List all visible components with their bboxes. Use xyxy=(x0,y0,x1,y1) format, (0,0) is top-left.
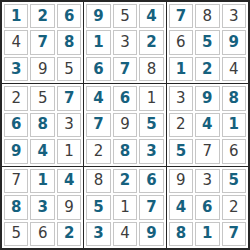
cell-r2c1[interactable]: 4 xyxy=(4,30,28,54)
cell-r6c2[interactable]: 4 xyxy=(30,139,54,163)
cell-r7c8[interactable]: 3 xyxy=(195,169,219,193)
cell-r7c3[interactable]: 4 xyxy=(57,169,81,193)
cell-r4c4[interactable]: 4 xyxy=(86,86,110,110)
cell-r9c2[interactable]: 6 xyxy=(30,222,54,246)
cell-r1c2[interactable]: 2 xyxy=(30,4,54,28)
cell-r2c7[interactable]: 6 xyxy=(169,30,193,54)
cell-r1c1[interactable]: 1 xyxy=(4,4,28,28)
cell-r5c8[interactable]: 4 xyxy=(195,113,219,137)
cell-r2c8[interactable]: 5 xyxy=(195,30,219,54)
cell-r5c5[interactable]: 9 xyxy=(113,113,137,137)
cell-r5c2[interactable]: 8 xyxy=(30,113,54,137)
cell-r9c4[interactable]: 3 xyxy=(86,222,110,246)
cell-r6c5[interactable]: 8 xyxy=(113,139,137,163)
cell-r9c6[interactable]: 9 xyxy=(139,222,163,246)
cell-r6c8[interactable]: 7 xyxy=(195,139,219,163)
cell-r2c2[interactable]: 7 xyxy=(30,30,54,54)
cell-r3c3[interactable]: 5 xyxy=(57,57,81,81)
cell-r3c6[interactable]: 8 xyxy=(139,57,163,81)
cell-r5c3[interactable]: 3 xyxy=(57,113,81,137)
sudoku-box-7: 714839562 xyxy=(2,167,83,248)
cell-r9c5[interactable]: 4 xyxy=(113,222,137,246)
cell-r9c1[interactable]: 5 xyxy=(4,222,28,246)
cell-r1c5[interactable]: 5 xyxy=(113,4,137,28)
cell-r7c4[interactable]: 8 xyxy=(86,169,110,193)
cell-r4c8[interactable]: 9 xyxy=(195,86,219,110)
cell-r3c5[interactable]: 7 xyxy=(113,57,137,81)
cell-r5c6[interactable]: 5 xyxy=(139,113,163,137)
cell-r4c1[interactable]: 2 xyxy=(4,86,28,110)
cell-r1c8[interactable]: 8 xyxy=(195,4,219,28)
cell-r4c3[interactable]: 7 xyxy=(57,86,81,110)
cell-r6c1[interactable]: 9 xyxy=(4,139,28,163)
cell-r9c9[interactable]: 7 xyxy=(222,222,246,246)
cell-r2c3[interactable]: 8 xyxy=(57,30,81,54)
cell-r2c6[interactable]: 2 xyxy=(139,30,163,54)
cell-r5c9[interactable]: 1 xyxy=(222,113,246,137)
cell-r6c6[interactable]: 3 xyxy=(139,139,163,163)
cell-r9c7[interactable]: 8 xyxy=(169,222,193,246)
cell-r2c4[interactable]: 1 xyxy=(86,30,110,54)
cell-r1c4[interactable]: 9 xyxy=(86,4,110,28)
cell-r8c7[interactable]: 4 xyxy=(169,195,193,219)
cell-r1c7[interactable]: 7 xyxy=(169,4,193,28)
cell-r4c9[interactable]: 8 xyxy=(222,86,246,110)
sudoku-board: 1264783959541326787836591242576839414617… xyxy=(0,0,250,250)
cell-r4c5[interactable]: 6 xyxy=(113,86,137,110)
cell-r7c5[interactable]: 2 xyxy=(113,169,137,193)
cell-r3c9[interactable]: 4 xyxy=(222,57,246,81)
cell-r7c6[interactable]: 6 xyxy=(139,169,163,193)
cell-r2c5[interactable]: 3 xyxy=(113,30,137,54)
sudoku-box-4: 257683941 xyxy=(2,84,83,165)
cell-r3c4[interactable]: 6 xyxy=(86,57,110,81)
cell-r8c5[interactable]: 1 xyxy=(113,195,137,219)
cell-r8c2[interactable]: 3 xyxy=(30,195,54,219)
cell-r3c8[interactable]: 2 xyxy=(195,57,219,81)
sudoku-box-9: 935462817 xyxy=(167,167,248,248)
cell-r4c2[interactable]: 5 xyxy=(30,86,54,110)
sudoku-box-2: 954132678 xyxy=(84,2,165,83)
cell-r6c4[interactable]: 2 xyxy=(86,139,110,163)
cell-r9c8[interactable]: 1 xyxy=(195,222,219,246)
cell-r8c3[interactable]: 9 xyxy=(57,195,81,219)
cell-r3c2[interactable]: 9 xyxy=(30,57,54,81)
cell-r8c9[interactable]: 2 xyxy=(222,195,246,219)
cell-r6c7[interactable]: 5 xyxy=(169,139,193,163)
cell-r8c1[interactable]: 8 xyxy=(4,195,28,219)
cell-r5c7[interactable]: 2 xyxy=(169,113,193,137)
cell-r1c9[interactable]: 3 xyxy=(222,4,246,28)
cell-r9c3[interactable]: 2 xyxy=(57,222,81,246)
cell-r3c7[interactable]: 1 xyxy=(169,57,193,81)
cell-r6c9[interactable]: 6 xyxy=(222,139,246,163)
cell-r8c6[interactable]: 7 xyxy=(139,195,163,219)
sudoku-box-3: 783659124 xyxy=(167,2,248,83)
cell-r5c1[interactable]: 6 xyxy=(4,113,28,137)
sudoku-box-1: 126478395 xyxy=(2,2,83,83)
cell-r7c7[interactable]: 9 xyxy=(169,169,193,193)
cell-r6c3[interactable]: 1 xyxy=(57,139,81,163)
cell-r4c7[interactable]: 3 xyxy=(169,86,193,110)
cell-r7c2[interactable]: 1 xyxy=(30,169,54,193)
cell-r3c1[interactable]: 3 xyxy=(4,57,28,81)
cell-r8c8[interactable]: 6 xyxy=(195,195,219,219)
cell-r7c1[interactable]: 7 xyxy=(4,169,28,193)
sudoku-box-5: 461795283 xyxy=(84,84,165,165)
cell-r1c3[interactable]: 6 xyxy=(57,4,81,28)
cell-r1c6[interactable]: 4 xyxy=(139,4,163,28)
cell-r4c6[interactable]: 1 xyxy=(139,86,163,110)
cell-r8c4[interactable]: 5 xyxy=(86,195,110,219)
cell-r5c4[interactable]: 7 xyxy=(86,113,110,137)
cell-r2c9[interactable]: 9 xyxy=(222,30,246,54)
sudoku-box-8: 826517349 xyxy=(84,167,165,248)
sudoku-box-6: 398241576 xyxy=(167,84,248,165)
cell-r7c9[interactable]: 5 xyxy=(222,169,246,193)
